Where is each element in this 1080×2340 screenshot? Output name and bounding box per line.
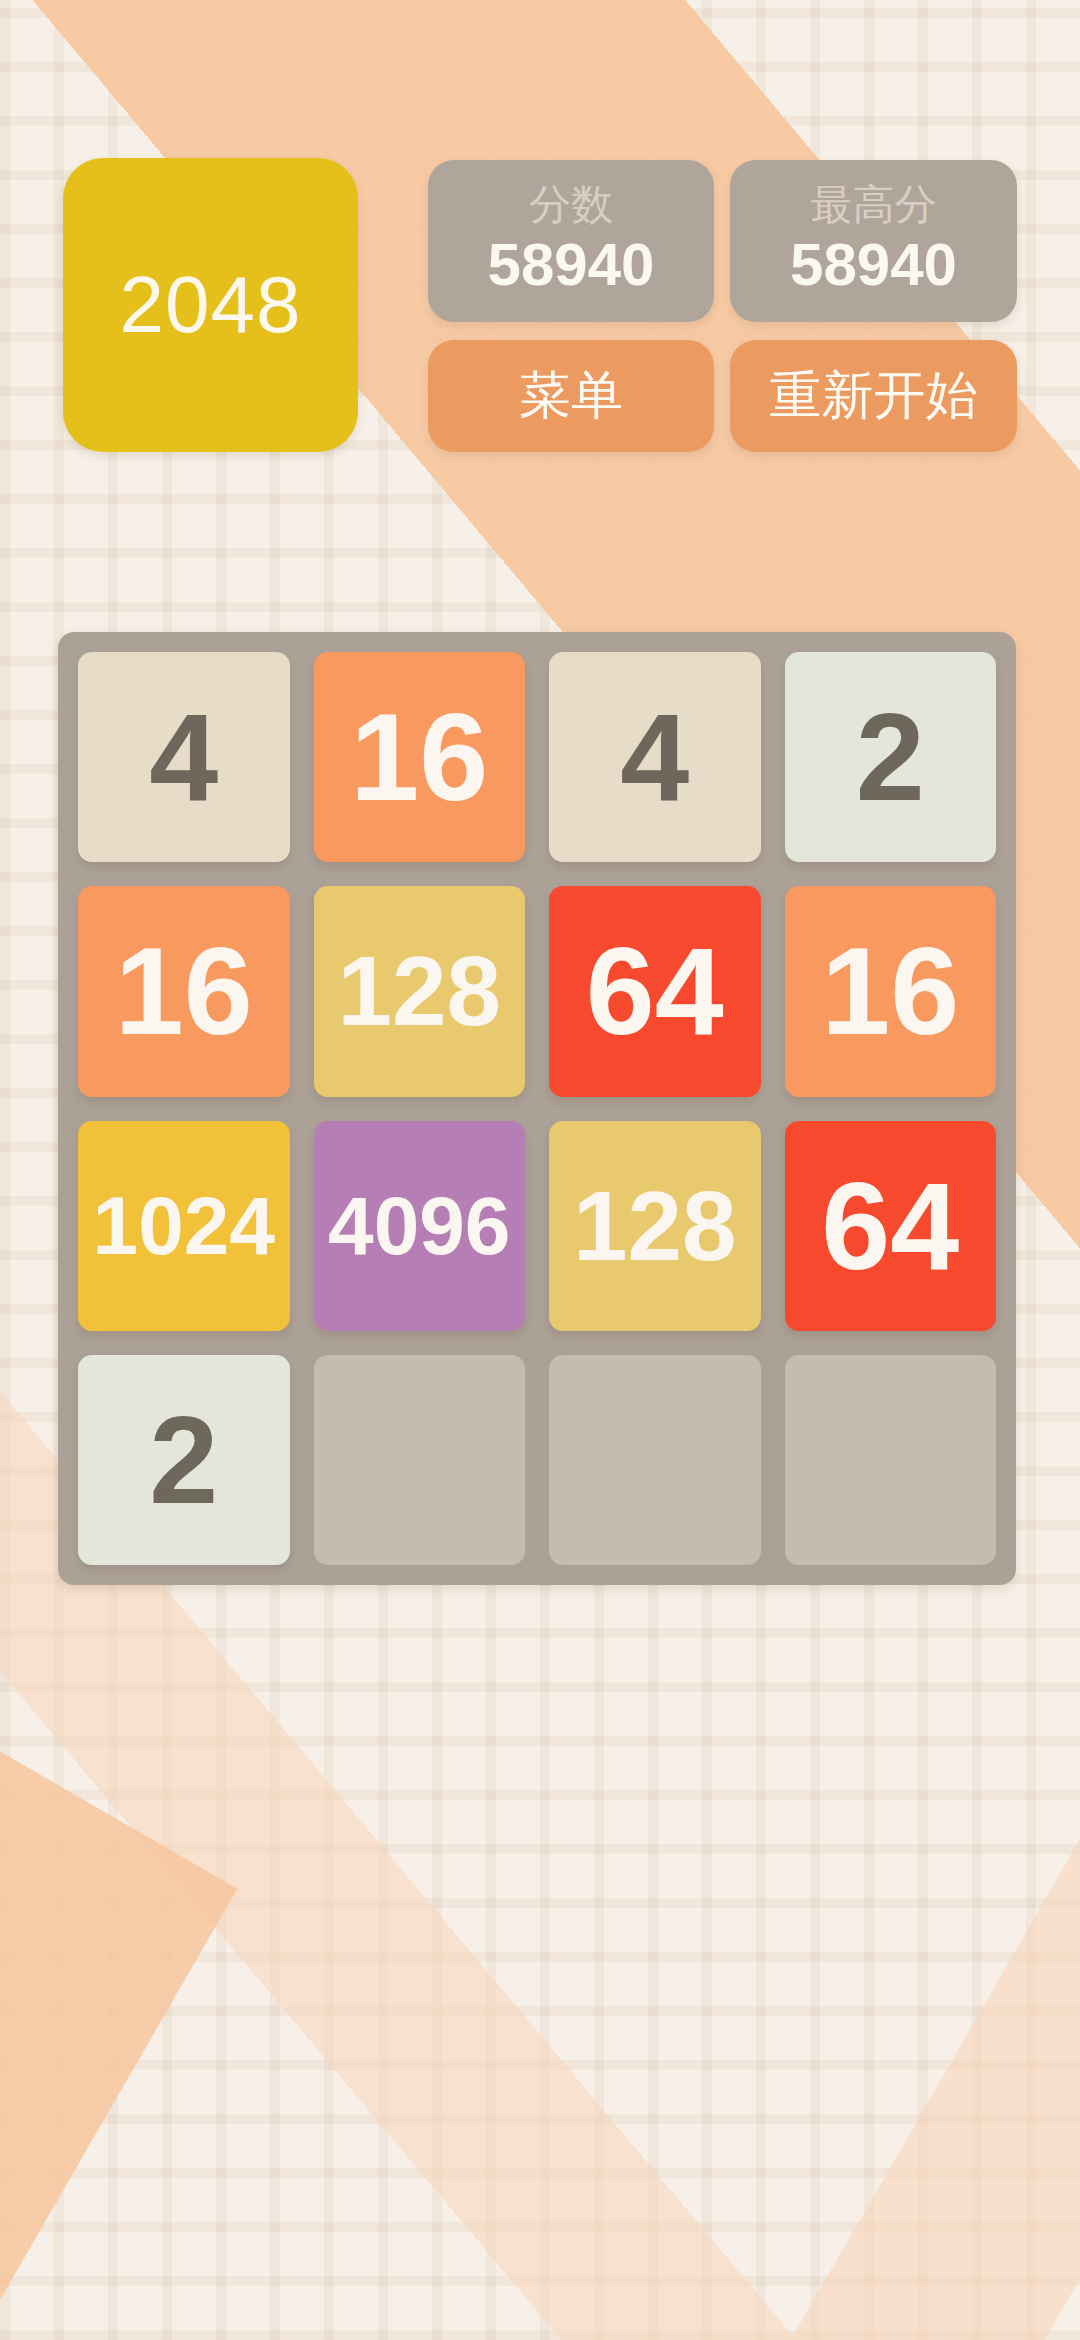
tile-r4c1: 2 (78, 1355, 290, 1565)
background-stripe-bottom-left (0, 1739, 237, 2340)
tile-r2c3: 64 (549, 886, 761, 1096)
tile-r1c2: 16 (314, 652, 526, 862)
best-score-value: 58940 (790, 229, 957, 301)
empty-cell-r4c2 (314, 1355, 526, 1565)
logo-tile: 2048 (63, 158, 358, 452)
tile-r2c2: 128 (314, 886, 526, 1096)
best-score-box: 最高分 58940 (730, 160, 1017, 322)
tile-r1c4: 2 (785, 652, 997, 862)
logo-text: 2048 (120, 259, 302, 351)
tile-r3c1: 1024 (78, 1121, 290, 1331)
game-board[interactable]: 4164216128641610244096128642 (58, 632, 1016, 1585)
tile-r3c2: 4096 (314, 1121, 526, 1331)
background-stripe-bottom-right (690, 1735, 1080, 2340)
screen: 2048 分数 58940 最高分 58940 菜单 重新开始 41642161… (0, 0, 1080, 2340)
score-box: 分数 58940 (428, 160, 714, 322)
empty-cell-r4c4 (785, 1355, 997, 1565)
tile-r2c1: 16 (78, 886, 290, 1096)
tile-r3c3: 128 (549, 1121, 761, 1331)
empty-cell-r4c3 (549, 1355, 761, 1565)
restart-button[interactable]: 重新开始 (730, 340, 1017, 452)
tile-r2c4: 16 (785, 886, 997, 1096)
tile-r3c4: 64 (785, 1121, 997, 1331)
score-label: 分数 (529, 181, 613, 229)
score-value: 58940 (488, 229, 655, 301)
menu-button[interactable]: 菜单 (428, 340, 714, 452)
best-score-label: 最高分 (811, 181, 937, 229)
tile-r1c3: 4 (549, 652, 761, 862)
tile-r1c1: 4 (78, 652, 290, 862)
